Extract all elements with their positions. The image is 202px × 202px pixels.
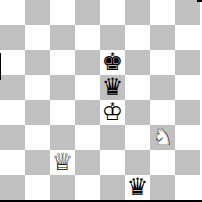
square-h3[interactable]: [175, 125, 200, 150]
square-h8[interactable]: [175, 0, 200, 25]
square-a1[interactable]: [0, 175, 25, 200]
square-g4[interactable]: [150, 100, 175, 125]
square-f2[interactable]: [125, 150, 150, 175]
black-queen[interactable]: ♛: [100, 75, 125, 100]
square-g3[interactable]: ♞♘: [150, 125, 175, 150]
square-d1[interactable]: [75, 175, 100, 200]
square-b5[interactable]: [25, 75, 50, 100]
square-a3[interactable]: [0, 125, 25, 150]
black-queen[interactable]: ♛: [125, 175, 150, 200]
white-queen[interactable]: ♛♕: [50, 150, 75, 175]
square-a6[interactable]: [0, 50, 25, 75]
square-a2[interactable]: [0, 150, 25, 175]
square-b7[interactable]: [25, 25, 50, 50]
square-f4[interactable]: [125, 100, 150, 125]
square-d6[interactable]: [75, 50, 100, 75]
square-f6[interactable]: [125, 50, 150, 75]
square-e5[interactable]: ♛: [100, 75, 125, 100]
square-c5[interactable]: [50, 75, 75, 100]
square-a8[interactable]: [0, 0, 25, 25]
white-queen-glyph: ♕: [50, 150, 75, 175]
square-c7[interactable]: [50, 25, 75, 50]
square-e1[interactable]: [100, 175, 125, 200]
square-h5[interactable]: [175, 75, 200, 100]
square-d3[interactable]: [75, 125, 100, 150]
black-queen-glyph: ♛: [125, 175, 150, 200]
black-king-glyph: ♚: [100, 50, 125, 75]
square-h4[interactable]: [175, 100, 200, 125]
square-h6[interactable]: [175, 50, 200, 75]
square-d5[interactable]: [75, 75, 100, 100]
square-d7[interactable]: [75, 25, 100, 50]
black-king[interactable]: ♚: [100, 50, 125, 75]
square-c3[interactable]: [50, 125, 75, 150]
square-g7[interactable]: [150, 25, 175, 50]
square-b3[interactable]: [25, 125, 50, 150]
square-e4[interactable]: ♚♔: [100, 100, 125, 125]
square-d4[interactable]: [75, 100, 100, 125]
square-g5[interactable]: [150, 75, 175, 100]
white-knight-glyph: ♘: [150, 125, 175, 150]
square-c1[interactable]: [50, 175, 75, 200]
square-e6[interactable]: ♚: [100, 50, 125, 75]
square-a7[interactable]: [0, 25, 25, 50]
square-h7[interactable]: [175, 25, 200, 50]
square-c2[interactable]: ♛♕: [50, 150, 75, 175]
square-e2[interactable]: [100, 150, 125, 175]
board-right-margin: [200, 0, 202, 200]
square-b8[interactable]: [25, 0, 50, 25]
square-f7[interactable]: [125, 25, 150, 50]
chess-app-window: ♚♛♚♔♞♘♛♕♛: [0, 0, 202, 202]
square-h1[interactable]: [175, 175, 200, 200]
left-edge-artifact: [0, 53, 1, 80]
chessboard: ♚♛♚♔♞♘♛♕♛: [0, 0, 200, 200]
square-d2[interactable]: [75, 150, 100, 175]
square-b1[interactable]: [25, 175, 50, 200]
square-c4[interactable]: [50, 100, 75, 125]
square-b4[interactable]: [25, 100, 50, 125]
top-right-edge-artifact: [197, 0, 202, 2]
square-e3[interactable]: [100, 125, 125, 150]
square-f1[interactable]: ♛: [125, 175, 150, 200]
square-e7[interactable]: [100, 25, 125, 50]
square-a5[interactable]: [0, 75, 25, 100]
square-b2[interactable]: [25, 150, 50, 175]
square-e8[interactable]: [100, 0, 125, 25]
square-c8[interactable]: [50, 0, 75, 25]
square-g2[interactable]: [150, 150, 175, 175]
square-a4[interactable]: [0, 100, 25, 125]
square-f5[interactable]: [125, 75, 150, 100]
square-f3[interactable]: [125, 125, 150, 150]
square-g1[interactable]: [150, 175, 175, 200]
square-b6[interactable]: [25, 50, 50, 75]
white-knight[interactable]: ♞♘: [150, 125, 175, 150]
square-c6[interactable]: [50, 50, 75, 75]
square-g6[interactable]: [150, 50, 175, 75]
square-h2[interactable]: [175, 150, 200, 175]
white-king-glyph: ♔: [100, 100, 125, 125]
white-king[interactable]: ♚♔: [100, 100, 125, 125]
board-bottom-edge: [0, 200, 202, 202]
square-f8[interactable]: [125, 0, 150, 25]
square-g8[interactable]: [150, 0, 175, 25]
square-d8[interactable]: [75, 0, 100, 25]
black-queen-glyph: ♛: [100, 75, 125, 100]
